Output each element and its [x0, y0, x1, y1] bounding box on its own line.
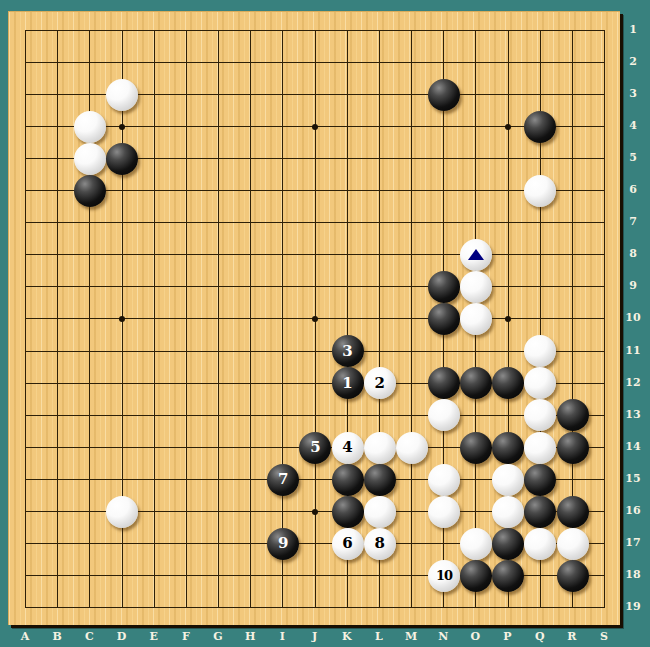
stone-white-L16[interactable]: [364, 496, 396, 528]
go-app-window: 31254796810 ABCDEFGHIJKLMNOPQRS 12345678…: [0, 0, 650, 647]
stone-black-I15[interactable]: 7: [267, 464, 299, 496]
column-label: E: [144, 630, 164, 644]
row-label: 9: [620, 279, 646, 293]
stone-black-Q15[interactable]: [524, 464, 556, 496]
column-label: C: [79, 630, 99, 644]
stone-white-O8[interactable]: [460, 239, 492, 271]
move-number: 2: [374, 376, 384, 391]
star-point: [312, 124, 318, 130]
stone-white-C4[interactable]: [74, 111, 106, 143]
star-point: [312, 509, 318, 515]
stone-black-R13[interactable]: [557, 399, 589, 431]
stone-black-N3[interactable]: [428, 79, 460, 111]
stone-white-N13[interactable]: [428, 399, 460, 431]
column-label: L: [369, 630, 389, 644]
row-label: 1: [620, 23, 646, 37]
stone-white-O10[interactable]: [460, 303, 492, 335]
stone-black-Q16[interactable]: [524, 496, 556, 528]
board-grid[interactable]: 31254796810: [10, 15, 621, 624]
row-label: 14: [620, 440, 646, 454]
stone-white-L14[interactable]: [364, 432, 396, 464]
stone-black-P17[interactable]: [492, 528, 524, 560]
column-label: S: [594, 630, 614, 644]
stone-white-Q17[interactable]: [524, 528, 556, 560]
move-number: 5: [310, 440, 320, 455]
stone-black-D5[interactable]: [106, 143, 138, 175]
stone-black-R18[interactable]: [557, 560, 589, 592]
column-label: H: [240, 630, 260, 644]
stone-white-O17[interactable]: [460, 528, 492, 560]
move-number: 8: [374, 536, 384, 551]
move-number: 6: [342, 536, 352, 551]
move-number: 3: [342, 344, 352, 359]
row-label: 11: [620, 344, 646, 358]
stone-black-Q4[interactable]: [524, 111, 556, 143]
stone-white-Q6[interactable]: [524, 175, 556, 207]
move-number: 9: [278, 536, 288, 551]
column-label: O: [465, 630, 485, 644]
row-label: 2: [620, 55, 646, 69]
stone-white-Q12[interactable]: [524, 367, 556, 399]
stone-white-D16[interactable]: [106, 496, 138, 528]
stone-black-O12[interactable]: [460, 367, 492, 399]
column-label: D: [112, 630, 132, 644]
row-label: 17: [620, 536, 646, 550]
stone-black-N10[interactable]: [428, 303, 460, 335]
stone-white-N18[interactable]: 10: [428, 560, 460, 592]
stone-white-Q11[interactable]: [524, 335, 556, 367]
row-label: 16: [620, 504, 646, 518]
stone-black-P18[interactable]: [492, 560, 524, 592]
row-label: 5: [620, 151, 646, 165]
move-number: 7: [278, 472, 288, 487]
stone-white-C5[interactable]: [74, 143, 106, 175]
stone-white-D3[interactable]: [106, 79, 138, 111]
stone-black-P12[interactable]: [492, 367, 524, 399]
column-label: G: [208, 630, 228, 644]
stone-black-K12[interactable]: 1: [332, 367, 364, 399]
stone-white-L12[interactable]: 2: [364, 367, 396, 399]
move-number: 1: [342, 376, 352, 391]
column-label: A: [15, 630, 35, 644]
star-point: [119, 316, 125, 322]
stone-white-O9[interactable]: [460, 271, 492, 303]
row-label: 13: [620, 408, 646, 422]
stone-black-I17[interactable]: 9: [267, 528, 299, 560]
stone-white-Q14[interactable]: [524, 432, 556, 464]
star-point: [119, 124, 125, 130]
stone-black-N12[interactable]: [428, 367, 460, 399]
star-point: [312, 316, 318, 322]
row-label: 12: [620, 376, 646, 390]
stone-white-K17[interactable]: 6: [332, 528, 364, 560]
stone-black-O14[interactable]: [460, 432, 492, 464]
row-label: 4: [620, 119, 646, 133]
goban[interactable]: 31254796810: [8, 11, 620, 625]
stone-white-M14[interactable]: [396, 432, 428, 464]
column-label: R: [562, 630, 582, 644]
column-label: N: [433, 630, 453, 644]
star-point: [505, 124, 511, 130]
stone-white-R17[interactable]: [557, 528, 589, 560]
row-label: 6: [620, 183, 646, 197]
star-point: [505, 316, 511, 322]
stone-black-R16[interactable]: [557, 496, 589, 528]
stone-white-Q13[interactable]: [524, 399, 556, 431]
stone-black-P14[interactable]: [492, 432, 524, 464]
stone-white-K14[interactable]: 4: [332, 432, 364, 464]
stone-black-J14[interactable]: 5: [299, 432, 331, 464]
stone-white-N15[interactable]: [428, 464, 460, 496]
column-label: F: [176, 630, 196, 644]
stone-black-N9[interactable]: [428, 271, 460, 303]
row-label: 10: [620, 311, 646, 325]
column-label: I: [272, 630, 292, 644]
row-label: 15: [620, 472, 646, 486]
column-label: J: [305, 630, 325, 644]
stone-white-P16[interactable]: [492, 496, 524, 528]
column-label: K: [337, 630, 357, 644]
column-label: P: [498, 630, 518, 644]
column-label: M: [401, 630, 421, 644]
stone-black-O18[interactable]: [460, 560, 492, 592]
stone-black-L15[interactable]: [364, 464, 396, 496]
stone-white-L17[interactable]: 8: [364, 528, 396, 560]
row-label: 3: [620, 87, 646, 101]
column-label: Q: [530, 630, 550, 644]
move-number: 10: [436, 569, 452, 582]
row-label: 19: [620, 600, 646, 614]
stone-white-P15[interactable]: [492, 464, 524, 496]
stone-white-N16[interactable]: [428, 496, 460, 528]
stone-black-R14[interactable]: [557, 432, 589, 464]
stone-black-C6[interactable]: [74, 175, 106, 207]
stone-black-K16[interactable]: [332, 496, 364, 528]
column-label: B: [47, 630, 67, 644]
stone-black-K11[interactable]: 3: [332, 335, 364, 367]
triangle-marker-icon: [468, 249, 484, 260]
row-label: 8: [620, 247, 646, 261]
stone-black-K15[interactable]: [332, 464, 364, 496]
row-label: 18: [620, 568, 646, 582]
row-label: 7: [620, 215, 646, 229]
move-number: 4: [342, 440, 352, 455]
